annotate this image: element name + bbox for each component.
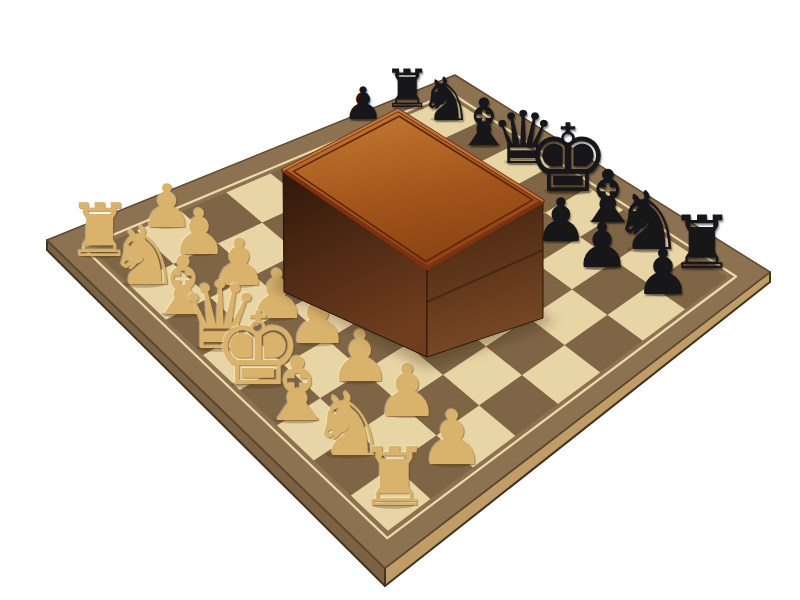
- piece-black-pawn-f7: ♟: [574, 215, 630, 277]
- chess-set-photo: ♜♟♞♝♛♚♝♟♞♜♟♟♟♟♜♞♟♝♟♟♛♟♚♟♝♞♟♜: [0, 0, 800, 600]
- piece-white-rook-h1: ♜: [358, 437, 431, 518]
- pieces-layer: ♜♟♞♝♛♚♝♟♞♜♟♟♟♟♜♞♟♝♟♟♛♟♚♟♝♞♟♜: [0, 0, 800, 600]
- piece-black-pawn-h7: ♟: [635, 241, 691, 304]
- piece-black-pawn-a7: ♟: [343, 81, 383, 126]
